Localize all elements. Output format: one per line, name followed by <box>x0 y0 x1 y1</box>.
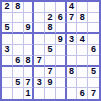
cell-r8c4-given-3[interactable]: 3 <box>34 78 45 89</box>
cell-r9c1[interactable] <box>2 88 13 99</box>
cell-r3c6[interactable] <box>56 23 67 34</box>
cell-r6c1[interactable] <box>2 56 13 67</box>
cell-r8c1[interactable] <box>2 78 13 89</box>
cell-r3c3-given-9[interactable]: 9 <box>24 23 35 34</box>
cell-r5c5-given-5[interactable]: 5 <box>45 45 56 56</box>
cell-r2c8-given-8[interactable]: 8 <box>77 13 88 24</box>
cell-r3c4[interactable] <box>34 23 45 34</box>
cell-r4c2[interactable] <box>13 34 24 45</box>
cell-r9c9-given-7[interactable]: 7 <box>88 88 99 99</box>
cell-r3c1-given-5[interactable]: 5 <box>2 23 13 34</box>
cell-r6c7[interactable] <box>67 56 78 67</box>
cell-r6c2-given-6[interactable]: 6 <box>13 56 24 67</box>
cell-r7c1[interactable] <box>2 67 13 78</box>
cell-r6c3-given-8[interactable]: 8 <box>24 56 35 67</box>
cell-r9c7[interactable] <box>67 88 78 99</box>
cell-r7c3[interactable] <box>24 67 35 78</box>
cell-r7c8[interactable] <box>77 67 88 78</box>
cell-r3c5-given-8[interactable]: 8 <box>45 23 56 34</box>
cell-r1c4[interactable] <box>34 2 45 13</box>
cell-r4c6-given-9[interactable]: 9 <box>56 34 67 45</box>
cell-r1c1-given-2[interactable]: 2 <box>2 2 13 13</box>
cell-r9c2[interactable] <box>13 88 24 99</box>
cell-r3c7[interactable] <box>67 23 78 34</box>
cell-r3c2[interactable] <box>13 23 24 34</box>
cell-r6c4-given-7[interactable]: 7 <box>34 56 45 67</box>
cell-r8c2-given-5[interactable]: 5 <box>13 78 24 89</box>
cell-r9c4[interactable] <box>34 88 45 99</box>
cell-r2c6-given-6[interactable]: 6 <box>56 13 67 24</box>
cell-r4c8-given-4[interactable]: 4 <box>77 34 88 45</box>
cell-r4c7-given-3[interactable]: 3 <box>67 34 78 45</box>
cell-r3c8[interactable] <box>77 23 88 34</box>
cell-r1c9[interactable] <box>88 2 99 13</box>
cell-r6c9[interactable] <box>88 56 99 67</box>
sudoku-board: 28426785989343566877855739167 <box>0 0 101 101</box>
cell-r8c9[interactable] <box>88 78 99 89</box>
cell-r6c8[interactable] <box>77 56 88 67</box>
cell-r5c7[interactable] <box>67 45 78 56</box>
cell-r3c9[interactable] <box>88 23 99 34</box>
cell-r6c6[interactable] <box>56 56 67 67</box>
cell-r7c4[interactable] <box>34 67 45 78</box>
cell-r1c2-given-8[interactable]: 8 <box>13 2 24 13</box>
cell-r4c4[interactable] <box>34 34 45 45</box>
cell-r7c5-given-7[interactable]: 7 <box>45 67 56 78</box>
cell-r8c8[interactable] <box>77 78 88 89</box>
cell-r6c5[interactable] <box>45 56 56 67</box>
cell-r2c4[interactable] <box>34 13 45 24</box>
cell-r1c3[interactable] <box>24 2 35 13</box>
cell-r2c7-given-7[interactable]: 7 <box>67 13 78 24</box>
cell-r5c9-given-6[interactable]: 6 <box>88 45 99 56</box>
cell-r5c8[interactable] <box>77 45 88 56</box>
cell-r2c2[interactable] <box>13 13 24 24</box>
cell-r8c6[interactable] <box>56 78 67 89</box>
cell-r8c7[interactable] <box>67 78 78 89</box>
cell-r8c5-given-9[interactable]: 9 <box>45 78 56 89</box>
cell-r7c6[interactable] <box>56 67 67 78</box>
cell-r7c2[interactable] <box>13 67 24 78</box>
cell-r7c7-given-8[interactable]: 8 <box>67 67 78 78</box>
cell-r5c6[interactable] <box>56 45 67 56</box>
cell-r5c1-given-3[interactable]: 3 <box>2 45 13 56</box>
cell-r7c9-given-5[interactable]: 5 <box>88 67 99 78</box>
cell-r4c3[interactable] <box>24 34 35 45</box>
cell-r9c8-given-6[interactable]: 6 <box>77 88 88 99</box>
cell-r9c3-given-1[interactable]: 1 <box>24 88 35 99</box>
cell-r9c5[interactable] <box>45 88 56 99</box>
cell-r2c9[interactable] <box>88 13 99 24</box>
cell-r9c6[interactable] <box>56 88 67 99</box>
cell-r8c3-given-7[interactable]: 7 <box>24 78 35 89</box>
